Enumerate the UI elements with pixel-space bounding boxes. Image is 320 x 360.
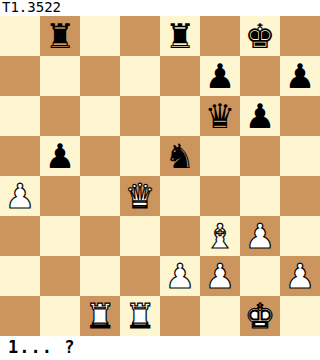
square-a8[interactable]: [0, 16, 40, 56]
square-d5[interactable]: [120, 136, 160, 176]
piece-black-pawn[interactable]: ♟: [45, 136, 75, 176]
square-e6[interactable]: [160, 96, 200, 136]
square-b4[interactable]: [40, 176, 80, 216]
square-g4[interactable]: [240, 176, 280, 216]
piece-black-queen[interactable]: ♛: [205, 96, 235, 136]
square-e8[interactable]: ♜: [160, 16, 200, 56]
square-d8[interactable]: [120, 16, 160, 56]
piece-black-pawn[interactable]: ♟: [205, 56, 235, 96]
square-b7[interactable]: [40, 56, 80, 96]
piece-white-pawn[interactable]: ♟: [5, 176, 35, 216]
square-c1[interactable]: ♜: [80, 296, 120, 336]
square-g7[interactable]: [240, 56, 280, 96]
square-f3[interactable]: ♝: [200, 216, 240, 256]
piece-black-knight[interactable]: ♞: [165, 136, 195, 176]
square-b1[interactable]: [40, 296, 80, 336]
piece-white-rook[interactable]: ♜: [85, 296, 115, 336]
square-e7[interactable]: [160, 56, 200, 96]
square-c6[interactable]: [80, 96, 120, 136]
move-prompt: 1... ?: [0, 336, 320, 360]
square-c3[interactable]: [80, 216, 120, 256]
piece-black-king[interactable]: ♚: [245, 16, 275, 56]
square-h7[interactable]: ♟: [280, 56, 320, 96]
square-a1[interactable]: [0, 296, 40, 336]
piece-white-king[interactable]: ♚: [245, 296, 275, 336]
square-h6[interactable]: [280, 96, 320, 136]
square-f4[interactable]: [200, 176, 240, 216]
square-h8[interactable]: [280, 16, 320, 56]
piece-black-rook[interactable]: ♜: [45, 16, 75, 56]
square-b8[interactable]: ♜: [40, 16, 80, 56]
square-f6[interactable]: ♛: [200, 96, 240, 136]
square-a2[interactable]: [0, 256, 40, 296]
square-c7[interactable]: [80, 56, 120, 96]
square-e3[interactable]: [160, 216, 200, 256]
square-h1[interactable]: [280, 296, 320, 336]
piece-white-pawn[interactable]: ♟: [165, 256, 195, 296]
piece-white-pawn[interactable]: ♟: [245, 216, 275, 256]
square-g3[interactable]: ♟: [240, 216, 280, 256]
piece-white-queen[interactable]: ♛: [125, 176, 155, 216]
square-f2[interactable]: ♟: [200, 256, 240, 296]
square-a7[interactable]: [0, 56, 40, 96]
square-g6[interactable]: ♟: [240, 96, 280, 136]
square-e4[interactable]: [160, 176, 200, 216]
square-h5[interactable]: [280, 136, 320, 176]
square-a6[interactable]: [0, 96, 40, 136]
square-d6[interactable]: [120, 96, 160, 136]
square-e1[interactable]: [160, 296, 200, 336]
square-a3[interactable]: [0, 216, 40, 256]
square-f5[interactable]: [200, 136, 240, 176]
square-d7[interactable]: [120, 56, 160, 96]
square-b3[interactable]: [40, 216, 80, 256]
piece-black-pawn[interactable]: ♟: [285, 56, 315, 96]
square-d2[interactable]: [120, 256, 160, 296]
square-h4[interactable]: [280, 176, 320, 216]
square-h2[interactable]: ♟: [280, 256, 320, 296]
piece-black-pawn[interactable]: ♟: [245, 96, 275, 136]
square-c4[interactable]: [80, 176, 120, 216]
piece-white-pawn[interactable]: ♟: [205, 256, 235, 296]
square-g2[interactable]: [240, 256, 280, 296]
square-f7[interactable]: ♟: [200, 56, 240, 96]
square-f8[interactable]: [200, 16, 240, 56]
piece-white-rook[interactable]: ♜: [125, 296, 155, 336]
square-c5[interactable]: [80, 136, 120, 176]
square-b2[interactable]: [40, 256, 80, 296]
square-g5[interactable]: [240, 136, 280, 176]
square-a4[interactable]: ♟: [0, 176, 40, 216]
square-d4[interactable]: ♛: [120, 176, 160, 216]
square-e5[interactable]: ♞: [160, 136, 200, 176]
piece-white-bishop[interactable]: ♝: [205, 216, 235, 256]
square-e2[interactable]: ♟: [160, 256, 200, 296]
square-b5[interactable]: ♟: [40, 136, 80, 176]
square-d3[interactable]: [120, 216, 160, 256]
square-c8[interactable]: [80, 16, 120, 56]
puzzle-id-title: T1.3522: [0, 0, 320, 16]
piece-white-pawn[interactable]: ♟: [285, 256, 315, 296]
square-g1[interactable]: ♚: [240, 296, 280, 336]
chess-tactics-diagram: T1.3522 ♜♜♚♟♟♛♟♟♞♟♛♝♟♟♟♟♜♜♚ 1... ?: [0, 0, 320, 360]
square-b6[interactable]: [40, 96, 80, 136]
square-a5[interactable]: [0, 136, 40, 176]
square-c2[interactable]: [80, 256, 120, 296]
square-d1[interactable]: ♜: [120, 296, 160, 336]
chess-board: ♜♜♚♟♟♛♟♟♞♟♛♝♟♟♟♟♜♜♚: [0, 16, 320, 336]
square-g8[interactable]: ♚: [240, 16, 280, 56]
square-f1[interactable]: [200, 296, 240, 336]
piece-black-rook[interactable]: ♜: [165, 16, 195, 56]
square-h3[interactable]: [280, 216, 320, 256]
